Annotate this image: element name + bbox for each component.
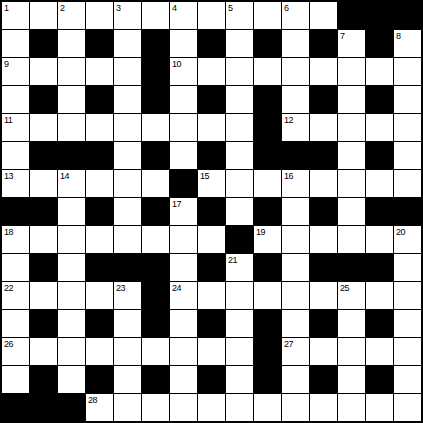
white-cell-r13c1[interactable]: 26 [2,338,29,365]
white-cell-r11c3[interactable] [58,282,85,309]
white-cell-r14c11[interactable] [282,366,309,393]
black-cell-r10c13 [338,254,365,281]
clue-number-17: 17 [172,199,181,209]
black-cell-r10c8 [198,254,225,281]
white-cell-r11c4[interactable] [86,282,113,309]
black-cell-r10c6 [142,254,169,281]
black-cell-r4c4 [86,86,113,113]
white-cell-r5c6[interactable] [142,114,169,141]
black-cell-r2c12 [310,30,337,57]
white-cell-r12c3[interactable] [58,310,85,337]
black-cell-r4c10 [254,86,281,113]
black-cell-r11c6 [142,282,169,309]
white-cell-r12c9[interactable] [226,310,253,337]
white-cell-r1c4[interactable] [86,2,113,29]
black-cell-r6c3 [58,142,85,169]
white-cell-r5c12[interactable] [310,114,337,141]
white-cell-r10c1[interactable] [2,254,29,281]
clue-number-18: 18 [4,227,13,237]
white-cell-r6c7[interactable] [170,142,197,169]
black-cell-r3c6 [142,58,169,85]
white-cell-r11c1[interactable]: 22 [2,282,29,309]
white-cell-r13c13[interactable] [338,338,365,365]
clue-number-26: 26 [4,339,13,349]
white-cell-r13c7[interactable] [170,338,197,365]
clue-number-7: 7 [340,31,345,41]
white-cell-r15c11[interactable] [282,394,309,421]
white-cell-r11c8[interactable] [198,282,225,309]
white-cell-r7c10[interactable] [254,170,281,197]
white-cell-r11c12[interactable] [310,282,337,309]
black-cell-r8c4 [86,198,113,225]
white-cell-r5c13[interactable] [338,114,365,141]
white-cell-r3c8[interactable] [198,58,225,85]
white-cell-r7c6[interactable] [142,170,169,197]
white-cell-r4c15[interactable] [394,86,421,113]
white-cell-r9c8[interactable] [198,226,225,253]
white-cell-r7c15[interactable] [394,170,421,197]
white-cell-r1c6[interactable] [142,2,169,29]
white-cell-r3c1[interactable]: 9 [2,58,29,85]
black-cell-r2c10 [254,30,281,57]
white-cell-r15c15[interactable] [394,394,421,421]
black-cell-r10c5 [114,254,141,281]
clue-number-15: 15 [200,171,209,181]
white-cell-r13c2[interactable] [30,338,57,365]
white-cell-r11c14[interactable] [366,282,393,309]
black-cell-r12c14 [366,310,393,337]
white-cell-r5c2[interactable] [30,114,57,141]
white-cell-r1c9[interactable]: 5 [226,2,253,29]
white-cell-r12c7[interactable] [170,310,197,337]
white-cell-r7c2[interactable] [30,170,57,197]
black-cell-r10c10 [254,254,281,281]
clue-number-6: 6 [284,3,289,13]
white-cell-r14c7[interactable] [170,366,197,393]
white-cell-r7c3[interactable]: 14 [58,170,85,197]
black-cell-r12c8 [198,310,225,337]
white-cell-r7c11[interactable]: 16 [282,170,309,197]
white-cell-r9c15[interactable]: 20 [394,226,421,253]
white-cell-r9c7[interactable] [170,226,197,253]
white-cell-r3c14[interactable] [366,58,393,85]
clue-number-10: 10 [172,59,181,69]
white-cell-r13c11[interactable]: 27 [282,338,309,365]
white-cell-r2c3[interactable] [58,30,85,57]
clue-number-1: 1 [4,3,9,13]
white-cell-r2c15[interactable]: 8 [394,30,421,57]
white-cell-r10c15[interactable] [394,254,421,281]
clue-number-16: 16 [284,171,293,181]
black-cell-r13c10 [254,338,281,365]
white-cell-r9c14[interactable] [366,226,393,253]
black-cell-r14c12 [310,366,337,393]
white-cell-r5c8[interactable] [198,114,225,141]
black-cell-r6c12 [310,142,337,169]
white-cell-r6c15[interactable] [394,142,421,169]
black-cell-r8c12 [310,198,337,225]
white-cell-r7c9[interactable] [226,170,253,197]
white-cell-r14c9[interactable] [226,366,253,393]
white-cell-r3c7[interactable]: 10 [170,58,197,85]
white-cell-r3c12[interactable] [310,58,337,85]
white-cell-r9c6[interactable] [142,226,169,253]
white-cell-r1c3[interactable]: 2 [58,2,85,29]
white-cell-r3c13[interactable] [338,58,365,85]
white-cell-r13c3[interactable] [58,338,85,365]
white-cell-r11c13[interactable]: 25 [338,282,365,309]
black-cell-r12c10 [254,310,281,337]
black-cell-r2c4 [86,30,113,57]
white-cell-r5c3[interactable] [58,114,85,141]
white-cell-r8c3[interactable] [58,198,85,225]
black-cell-r14c14 [366,366,393,393]
white-cell-r5c1[interactable]: 11 [2,114,29,141]
black-cell-r1c14 [366,2,393,29]
black-cell-r6c4 [86,142,113,169]
black-cell-r4c12 [310,86,337,113]
white-cell-r2c13[interactable]: 7 [338,30,365,57]
white-cell-r7c1[interactable]: 13 [2,170,29,197]
clue-number-21: 21 [228,255,237,265]
clue-number-9: 9 [4,59,9,69]
clue-number-5: 5 [228,3,233,13]
white-cell-r4c13[interactable] [338,86,365,113]
black-cell-r8c8 [198,198,225,225]
black-cell-r12c12 [310,310,337,337]
clue-number-8: 8 [396,31,401,41]
white-cell-r3c4[interactable] [86,58,113,85]
clue-number-20: 20 [396,227,405,237]
white-cell-r2c7[interactable] [170,30,197,57]
white-cell-r9c12[interactable] [310,226,337,253]
white-cell-r7c13[interactable] [338,170,365,197]
white-cell-r9c11[interactable] [282,226,309,253]
white-cell-r8c13[interactable] [338,198,365,225]
white-cell-r2c9[interactable] [226,30,253,57]
white-cell-r15c7[interactable] [170,394,197,421]
clue-number-11: 11 [4,115,12,125]
crossword-grid: 1234567891011121314151617181920212223242… [0,0,423,423]
white-cell-r13c14[interactable] [366,338,393,365]
black-cell-r4c14 [366,86,393,113]
white-cell-r3c3[interactable] [58,58,85,85]
white-cell-r14c13[interactable] [338,366,365,393]
white-cell-r11c2[interactable] [30,282,57,309]
white-cell-r15c13[interactable] [338,394,365,421]
black-cell-r12c4 [86,310,113,337]
white-cell-r5c5[interactable] [114,114,141,141]
black-cell-r8c2 [30,198,57,225]
white-cell-r3c5[interactable] [114,58,141,85]
black-cell-r8c10 [254,198,281,225]
white-cell-r8c7[interactable]: 17 [170,198,197,225]
clue-number-27: 27 [284,339,293,349]
white-cell-r4c1[interactable] [2,86,29,113]
black-cell-r14c8 [198,366,225,393]
white-cell-r13c6[interactable] [142,338,169,365]
clue-number-14: 14 [60,171,69,181]
white-cell-r7c5[interactable] [114,170,141,197]
white-cell-r5c15[interactable] [394,114,421,141]
white-cell-r13c9[interactable] [226,338,253,365]
white-cell-r14c15[interactable] [394,366,421,393]
black-cell-r6c6 [142,142,169,169]
black-cell-r2c6 [142,30,169,57]
white-cell-r4c7[interactable] [170,86,197,113]
white-cell-r3c15[interactable] [394,58,421,85]
white-cell-r4c11[interactable] [282,86,309,113]
clue-number-2: 2 [60,3,65,13]
white-cell-r7c4[interactable] [86,170,113,197]
white-cell-r1c2[interactable] [30,2,57,29]
white-cell-r10c7[interactable] [170,254,197,281]
black-cell-r8c6 [142,198,169,225]
white-cell-r2c11[interactable] [282,30,309,57]
black-cell-r12c2 [30,310,57,337]
white-cell-r11c10[interactable] [254,282,281,309]
white-cell-r15c8[interactable] [198,394,225,421]
black-cell-r6c2 [30,142,57,169]
black-cell-r6c10 [254,142,281,169]
white-cell-r2c5[interactable] [114,30,141,57]
white-cell-r6c13[interactable] [338,142,365,169]
white-cell-r12c1[interactable] [2,310,29,337]
white-cell-r3c11[interactable] [282,58,309,85]
black-cell-r12c6 [142,310,169,337]
black-cell-r2c2 [30,30,57,57]
black-cell-r6c8 [198,142,225,169]
black-cell-r14c2 [30,366,57,393]
black-cell-r10c2 [30,254,57,281]
clue-number-22: 22 [4,283,13,293]
black-cell-r10c14 [366,254,393,281]
black-cell-r14c6 [142,366,169,393]
black-cell-r8c1 [2,198,29,225]
black-cell-r10c4 [86,254,113,281]
white-cell-r4c5[interactable] [114,86,141,113]
white-cell-r15c5[interactable] [114,394,141,421]
clue-number-12: 12 [284,115,293,125]
clue-number-23: 23 [116,283,125,293]
white-cell-r8c11[interactable] [282,198,309,225]
white-cell-r15c9[interactable] [226,394,253,421]
white-cell-r15c4[interactable]: 28 [86,394,113,421]
white-cell-r5c9[interactable] [226,114,253,141]
white-cell-r8c5[interactable] [114,198,141,225]
white-cell-r1c7[interactable]: 4 [170,2,197,29]
white-cell-r11c11[interactable] [282,282,309,309]
white-cell-r12c13[interactable] [338,310,365,337]
white-cell-r11c7[interactable]: 24 [170,282,197,309]
white-cell-r7c12[interactable] [310,170,337,197]
black-cell-r15c1 [2,394,29,421]
clue-number-24: 24 [172,283,181,293]
white-cell-r13c8[interactable] [198,338,225,365]
white-cell-r10c9[interactable]: 21 [226,254,253,281]
white-cell-r4c9[interactable] [226,86,253,113]
white-cell-r9c10[interactable]: 19 [254,226,281,253]
clue-number-19: 19 [256,227,265,237]
clue-number-25: 25 [340,283,349,293]
black-cell-r14c10 [254,366,281,393]
clue-number-3: 3 [116,3,121,13]
white-cell-r9c4[interactable] [86,226,113,253]
black-cell-r10c12 [310,254,337,281]
white-cell-r5c11[interactable]: 12 [282,114,309,141]
black-cell-r4c2 [30,86,57,113]
white-cell-r5c7[interactable] [170,114,197,141]
white-cell-r8c9[interactable] [226,198,253,225]
white-cell-r15c6[interactable] [142,394,169,421]
white-cell-r2c1[interactable] [2,30,29,57]
white-cell-r6c1[interactable] [2,142,29,169]
clue-number-13: 13 [4,171,13,181]
black-cell-r8c14 [366,198,393,225]
white-cell-r3c9[interactable] [226,58,253,85]
white-cell-r5c14[interactable] [366,114,393,141]
black-cell-r1c13 [338,2,365,29]
white-cell-r14c3[interactable] [58,366,85,393]
white-cell-r1c8[interactable] [198,2,225,29]
white-cell-r12c11[interactable] [282,310,309,337]
black-cell-r2c8 [198,30,225,57]
black-cell-r15c2 [30,394,57,421]
black-cell-r6c11 [282,142,309,169]
black-cell-r7c7 [170,170,197,197]
white-cell-r14c5[interactable] [114,366,141,393]
white-cell-r6c5[interactable] [114,142,141,169]
black-cell-r4c6 [142,86,169,113]
white-cell-r15c12[interactable] [310,394,337,421]
white-cell-r1c1[interactable]: 1 [2,2,29,29]
black-cell-r14c4 [86,366,113,393]
white-cell-r13c5[interactable] [114,338,141,365]
white-cell-r15c14[interactable] [366,394,393,421]
white-cell-r12c5[interactable] [114,310,141,337]
white-cell-r9c13[interactable] [338,226,365,253]
white-cell-r9c1[interactable]: 18 [2,226,29,253]
white-cell-r7c14[interactable] [366,170,393,197]
black-cell-r6c14 [366,142,393,169]
white-cell-r1c11[interactable]: 6 [282,2,309,29]
white-cell-r10c11[interactable] [282,254,309,281]
white-cell-r9c3[interactable] [58,226,85,253]
white-cell-r14c1[interactable] [2,366,29,393]
black-cell-r9c9 [226,226,253,253]
white-cell-r3c10[interactable] [254,58,281,85]
white-cell-r4c3[interactable] [58,86,85,113]
white-cell-r12c15[interactable] [394,310,421,337]
white-cell-r11c15[interactable] [394,282,421,309]
white-cell-r11c5[interactable]: 23 [114,282,141,309]
black-cell-r4c8 [198,86,225,113]
black-cell-r8c15 [394,198,421,225]
white-cell-r13c15[interactable] [394,338,421,365]
white-cell-r15c10[interactable] [254,394,281,421]
white-cell-r9c2[interactable] [30,226,57,253]
white-cell-r6c9[interactable] [226,142,253,169]
white-cell-r11c9[interactable] [226,282,253,309]
white-cell-r9c5[interactable] [114,226,141,253]
white-cell-r3c2[interactable] [30,58,57,85]
white-cell-r5c4[interactable] [86,114,113,141]
white-cell-r1c10[interactable] [254,2,281,29]
clue-number-4: 4 [172,3,177,13]
black-cell-r15c3 [58,394,85,421]
black-cell-r1c15 [394,2,421,29]
white-cell-r13c4[interactable] [86,338,113,365]
black-cell-r5c10 [254,114,281,141]
white-cell-r1c5[interactable]: 3 [114,2,141,29]
white-cell-r1c12[interactable] [310,2,337,29]
clue-number-28: 28 [88,395,97,405]
white-cell-r13c12[interactable] [310,338,337,365]
white-cell-r7c8[interactable]: 15 [198,170,225,197]
black-cell-r2c14 [366,30,393,57]
white-cell-r10c3[interactable] [58,254,85,281]
